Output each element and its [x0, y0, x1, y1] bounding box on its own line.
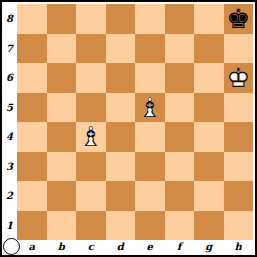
square-e4[interactable] [135, 122, 165, 152]
square-f4[interactable] [165, 122, 195, 152]
square-c1[interactable] [76, 211, 106, 241]
square-g4[interactable] [194, 122, 224, 152]
file-labels: abcdefgh [17, 240, 253, 255]
square-e8[interactable] [135, 4, 165, 34]
square-b6[interactable] [47, 63, 77, 93]
rank-label-3: 3 [2, 152, 17, 182]
white-bishop-piece: ♝♗ [76, 122, 106, 152]
square-d6[interactable] [106, 63, 136, 93]
square-c3[interactable] [76, 152, 106, 182]
file-label-d: d [106, 240, 136, 255]
square-c5[interactable] [76, 93, 106, 123]
square-a1[interactable] [17, 211, 47, 241]
square-d8[interactable] [106, 4, 136, 34]
white-bishop-outline: ♗ [135, 93, 165, 123]
square-h3[interactable] [224, 152, 254, 182]
file-label-f: f [165, 240, 195, 255]
board: ♚♚♔♝♗♝♗ [17, 4, 253, 240]
square-h4[interactable] [224, 122, 254, 152]
side-to-move-indicator[interactable] [3, 238, 20, 255]
square-c2[interactable] [76, 181, 106, 211]
square-b8[interactable] [47, 4, 77, 34]
square-a5[interactable] [17, 93, 47, 123]
square-d3[interactable] [106, 152, 136, 182]
square-h5[interactable] [224, 93, 254, 123]
black-king-glyph: ♚ [224, 4, 254, 34]
square-f2[interactable] [165, 181, 195, 211]
rank-label-7: 7 [2, 34, 17, 64]
square-a8[interactable] [17, 4, 47, 34]
square-f8[interactable] [165, 4, 195, 34]
square-f5[interactable] [165, 93, 195, 123]
file-label-h: h [224, 240, 254, 255]
square-b1[interactable] [47, 211, 77, 241]
square-c4[interactable]: ♝♗ [76, 122, 106, 152]
square-e6[interactable] [135, 63, 165, 93]
square-g3[interactable] [194, 152, 224, 182]
rank-label-6: 6 [2, 63, 17, 93]
square-g5[interactable] [194, 93, 224, 123]
square-h1[interactable] [224, 211, 254, 241]
square-f1[interactable] [165, 211, 195, 241]
rank-label-2: 2 [2, 181, 17, 211]
square-a2[interactable] [17, 181, 47, 211]
file-label-e: e [135, 240, 165, 255]
square-a6[interactable] [17, 63, 47, 93]
square-e1[interactable] [135, 211, 165, 241]
chess-diagram: ♚♚♔♝♗♝♗ 87654321 abcdefgh [0, 0, 257, 257]
square-a3[interactable] [17, 152, 47, 182]
square-b2[interactable] [47, 181, 77, 211]
square-e7[interactable] [135, 34, 165, 64]
square-c8[interactable] [76, 4, 106, 34]
square-d7[interactable] [106, 34, 136, 64]
white-king-piece: ♚♔ [224, 63, 254, 93]
square-h2[interactable] [224, 181, 254, 211]
square-f7[interactable] [165, 34, 195, 64]
square-b4[interactable] [47, 122, 77, 152]
square-d2[interactable] [106, 181, 136, 211]
square-f6[interactable] [165, 63, 195, 93]
square-d4[interactable] [106, 122, 136, 152]
square-b3[interactable] [47, 152, 77, 182]
square-a7[interactable] [17, 34, 47, 64]
rank-label-1: 1 [2, 211, 17, 241]
file-label-g: g [194, 240, 224, 255]
square-g7[interactable] [194, 34, 224, 64]
square-g2[interactable] [194, 181, 224, 211]
square-g6[interactable] [194, 63, 224, 93]
square-e3[interactable] [135, 152, 165, 182]
rank-label-4: 4 [2, 122, 17, 152]
file-label-b: b [47, 240, 77, 255]
square-b7[interactable] [47, 34, 77, 64]
rank-label-5: 5 [2, 93, 17, 123]
square-g8[interactable] [194, 4, 224, 34]
square-e2[interactable] [135, 181, 165, 211]
rank-label-8: 8 [2, 4, 17, 34]
square-f3[interactable] [165, 152, 195, 182]
square-h8[interactable]: ♚ [224, 4, 254, 34]
square-g1[interactable] [194, 211, 224, 241]
file-label-a: a [17, 240, 47, 255]
square-b5[interactable] [47, 93, 77, 123]
rank-labels: 87654321 [2, 4, 17, 240]
square-h6[interactable]: ♚♔ [224, 63, 254, 93]
white-king-outline: ♔ [224, 63, 254, 93]
square-d5[interactable] [106, 93, 136, 123]
square-c7[interactable] [76, 34, 106, 64]
white-bishop-outline: ♗ [76, 122, 106, 152]
square-h7[interactable] [224, 34, 254, 64]
square-d1[interactable] [106, 211, 136, 241]
file-label-c: c [76, 240, 106, 255]
white-bishop-piece: ♝♗ [135, 93, 165, 123]
square-a4[interactable] [17, 122, 47, 152]
square-c6[interactable] [76, 63, 106, 93]
square-e5[interactable]: ♝♗ [135, 93, 165, 123]
black-king-piece: ♚ [224, 4, 254, 34]
